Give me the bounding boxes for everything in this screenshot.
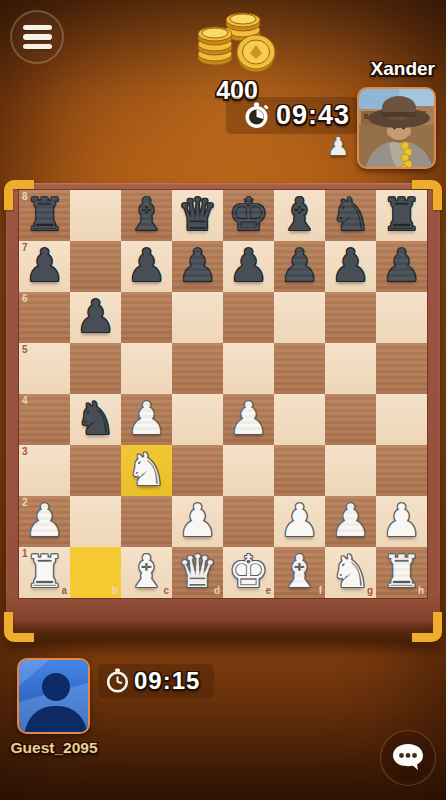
black-knight-b4[interactable]: ♞	[75, 396, 115, 441]
square-c7[interactable]: ♟	[121, 241, 172, 292]
square-e4[interactable]: ♟	[223, 394, 274, 445]
square-f4[interactable]	[274, 394, 325, 445]
opponent-avatar[interactable]	[357, 87, 436, 169]
chat-bubble-icon	[390, 742, 426, 774]
rank-label-6: 6	[22, 294, 28, 304]
square-g1[interactable]: g♞	[325, 547, 376, 598]
black-pawn-h7[interactable]: ♟	[381, 243, 421, 288]
opponent-timer: 09:43	[276, 100, 350, 131]
square-a4[interactable]: 4	[19, 394, 70, 445]
white-pawn-c4[interactable]: ♟	[126, 396, 166, 441]
square-g3[interactable]	[325, 445, 376, 496]
square-h2[interactable]: ♟	[376, 496, 427, 547]
board-grid: 8♜♝♛♚♝♞♜7♟♟♟♟♟♟♟6♟54♞♟♟3♞2♟♟♟♟♟1a♜bc♝d♛e…	[19, 190, 427, 598]
square-h4[interactable]	[376, 394, 427, 445]
black-king-e8[interactable]: ♚	[228, 192, 268, 237]
square-d5[interactable]	[172, 343, 223, 394]
square-c4[interactable]: ♟	[121, 394, 172, 445]
square-a7[interactable]: 7♟	[19, 241, 70, 292]
square-f3[interactable]	[274, 445, 325, 496]
black-knight-g8[interactable]: ♞	[330, 192, 370, 237]
player-name: Guest_2095	[0, 739, 108, 757]
black-rook-h8[interactable]: ♜	[381, 192, 421, 237]
square-g2[interactable]: ♟	[325, 496, 376, 547]
coins-button[interactable]: 400	[183, 10, 291, 104]
square-f6[interactable]	[274, 292, 325, 343]
menu-button[interactable]	[10, 10, 64, 64]
square-b7[interactable]	[70, 241, 121, 292]
hamburger-icon	[23, 25, 52, 31]
square-a6[interactable]: 6	[19, 292, 70, 343]
square-g7[interactable]: ♟	[325, 241, 376, 292]
white-pawn-f2[interactable]: ♟	[279, 498, 319, 543]
white-pawn-e4[interactable]: ♟	[228, 396, 268, 441]
stopwatch-icon	[243, 102, 270, 129]
black-pawn-b6[interactable]: ♟	[75, 294, 115, 339]
white-rook-a1[interactable]: ♜	[24, 549, 64, 594]
player-avatar[interactable]	[17, 658, 90, 734]
white-knight-g1[interactable]: ♞	[330, 549, 370, 594]
white-king-e1[interactable]: ♚	[228, 549, 268, 594]
square-a8[interactable]: 8♜	[19, 190, 70, 241]
square-b1[interactable]: b	[70, 547, 121, 598]
black-pawn-a7[interactable]: ♟	[24, 243, 64, 288]
square-e1[interactable]: e♚	[223, 547, 274, 598]
app-screen: 400 Xander 09:43 ♟	[0, 0, 446, 800]
square-e8[interactable]: ♚	[223, 190, 274, 241]
square-e7[interactable]: ♟	[223, 241, 274, 292]
square-f7[interactable]: ♟	[274, 241, 325, 292]
black-rook-a8[interactable]: ♜	[24, 192, 64, 237]
square-d8[interactable]: ♛	[172, 190, 223, 241]
square-b6[interactable]: ♟	[70, 292, 121, 343]
white-queen-d1[interactable]: ♛	[177, 549, 217, 594]
square-g6[interactable]	[325, 292, 376, 343]
black-pawn-f7[interactable]: ♟	[279, 243, 319, 288]
square-h8[interactable]: ♜	[376, 190, 427, 241]
square-h3[interactable]	[376, 445, 427, 496]
black-bishop-f8[interactable]: ♝	[279, 192, 319, 237]
square-a5[interactable]: 5	[19, 343, 70, 394]
square-g4[interactable]	[325, 394, 376, 445]
rank-label-4: 4	[22, 396, 28, 406]
square-c3[interactable]: ♞	[121, 445, 172, 496]
black-bishop-c8[interactable]: ♝	[126, 192, 166, 237]
white-bishop-f1[interactable]: ♝	[279, 549, 319, 594]
square-h6[interactable]	[376, 292, 427, 343]
rank-label-3: 3	[22, 447, 28, 457]
chess-board: 8♜♝♛♚♝♞♜7♟♟♟♟♟♟♟6♟54♞♟♟3♞2♟♟♟♟♟1a♜bc♝d♛e…	[6, 183, 440, 640]
square-d6[interactable]	[172, 292, 223, 343]
square-f1[interactable]: f♝	[274, 547, 325, 598]
file-label-b: b	[112, 586, 118, 596]
blue-silhouette-avatar	[19, 660, 90, 734]
cowboy-photo-avatar	[359, 89, 436, 169]
square-c1[interactable]: c♝	[121, 547, 172, 598]
white-bishop-c1[interactable]: ♝	[126, 549, 166, 594]
square-c6[interactable]	[121, 292, 172, 343]
black-pawn-e7[interactable]: ♟	[228, 243, 268, 288]
square-e2[interactable]	[223, 496, 274, 547]
gold-coins-stack-icon	[187, 12, 287, 76]
board-frame-front-edge	[6, 596, 440, 640]
square-b3[interactable]	[70, 445, 121, 496]
white-knight-c3[interactable]: ♞	[126, 447, 166, 492]
white-pawn-h2[interactable]: ♟	[381, 498, 421, 543]
chat-button[interactable]	[380, 730, 436, 786]
square-g5[interactable]	[325, 343, 376, 394]
square-h1[interactable]: h♜	[376, 547, 427, 598]
square-e5[interactable]	[223, 343, 274, 394]
stopwatch-outline-icon	[105, 668, 130, 694]
square-a2[interactable]: 2♟	[19, 496, 70, 547]
square-f2[interactable]: ♟	[274, 496, 325, 547]
square-b4[interactable]: ♞	[70, 394, 121, 445]
white-pawn-icon: ♟	[327, 132, 349, 161]
square-h5[interactable]	[376, 343, 427, 394]
black-pawn-d7[interactable]: ♟	[177, 243, 217, 288]
square-c5[interactable]	[121, 343, 172, 394]
black-pawn-g7[interactable]: ♟	[330, 243, 370, 288]
square-h7[interactable]: ♟	[376, 241, 427, 292]
square-c2[interactable]	[121, 496, 172, 547]
square-b2[interactable]	[70, 496, 121, 547]
opponent-name: Xander	[371, 58, 435, 80]
square-d7[interactable]: ♟	[172, 241, 223, 292]
square-f5[interactable]	[274, 343, 325, 394]
white-pawn-d2[interactable]: ♟	[177, 498, 217, 543]
square-c8[interactable]: ♝	[121, 190, 172, 241]
square-e6[interactable]	[223, 292, 274, 343]
white-pawn-g2[interactable]: ♟	[330, 498, 370, 543]
square-g8[interactable]: ♞	[325, 190, 376, 241]
square-a1[interactable]: 1a♜	[19, 547, 70, 598]
player-timer: 09:15	[134, 667, 200, 695]
rank-label-5: 5	[22, 345, 28, 355]
white-pawn-a2[interactable]: ♟	[24, 498, 64, 543]
square-d3[interactable]	[172, 445, 223, 496]
square-d4[interactable]	[172, 394, 223, 445]
square-d1[interactable]: d♛	[172, 547, 223, 598]
white-rook-h1[interactable]: ♜	[381, 549, 421, 594]
black-queen-d8[interactable]: ♛	[177, 192, 217, 237]
square-e3[interactable]	[223, 445, 274, 496]
square-f8[interactable]: ♝	[274, 190, 325, 241]
square-b8[interactable]	[70, 190, 121, 241]
square-b5[interactable]	[70, 343, 121, 394]
square-d2[interactable]: ♟	[172, 496, 223, 547]
black-pawn-c7[interactable]: ♟	[126, 243, 166, 288]
square-a3[interactable]: 3	[19, 445, 70, 496]
